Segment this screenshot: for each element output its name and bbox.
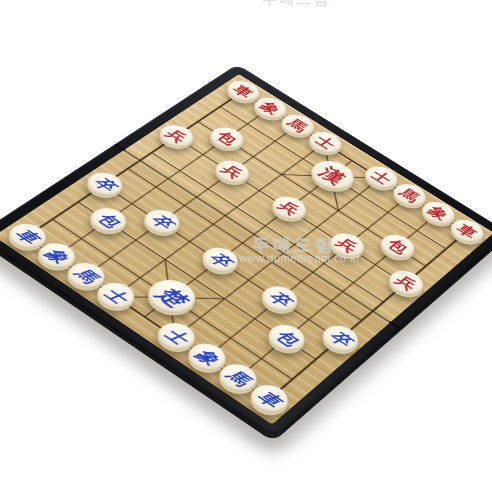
horse-glyph: 馬 <box>285 117 310 134</box>
product-photo: 車象馬士包兵士漢兵馬卒象兵車卒包包兵車卒象兵馬卒楚士卒包士象馬車 두메드림 두메… <box>0 0 492 492</box>
guard-glyph: 士 <box>368 169 394 187</box>
pawn-glyph: 卒 <box>91 175 119 193</box>
watermark-top-partial: 두메드림 <box>262 0 330 9</box>
elephant-glyph: 象 <box>258 100 283 117</box>
general-glyph: 楚 <box>153 283 190 309</box>
guard-glyph: 士 <box>101 285 130 306</box>
guard-glyph: 士 <box>312 134 337 151</box>
chariot-glyph: 車 <box>13 226 42 246</box>
janggi-board: 車象馬士包兵士漢兵馬卒象兵車卒包包兵車卒象兵馬卒楚士卒包士象馬車 <box>26 92 466 400</box>
cannon-glyph: 包 <box>94 210 122 229</box>
elephant-glyph: 象 <box>42 246 71 266</box>
cannon-glyph: 包 <box>272 327 300 348</box>
horse-glyph: 馬 <box>71 265 100 285</box>
pawn-glyph: 卒 <box>266 289 294 309</box>
pawn-glyph: 兵 <box>393 273 420 292</box>
general-glyph: 漢 <box>316 164 349 187</box>
cannon-glyph: 包 <box>384 237 410 256</box>
elephant-glyph: 象 <box>192 346 221 367</box>
pawn-glyph: 卒 <box>206 250 234 270</box>
cannon-glyph: 包 <box>214 130 240 147</box>
pawn-glyph: 兵 <box>276 199 303 217</box>
horse-glyph: 馬 <box>223 367 252 389</box>
chariot-glyph: 車 <box>454 222 480 240</box>
horse-glyph: 馬 <box>397 186 423 204</box>
pawn-glyph: 兵 <box>219 163 246 181</box>
pawn-glyph: 兵 <box>334 236 361 255</box>
pawn-glyph: 卒 <box>148 212 176 231</box>
guard-glyph: 士 <box>162 326 191 347</box>
elephant-glyph: 象 <box>425 204 451 222</box>
chariot-glyph: 車 <box>230 83 255 99</box>
pawn-glyph: 卒 <box>326 328 354 349</box>
pawn-glyph: 兵 <box>163 127 190 144</box>
chariot-glyph: 車 <box>255 388 284 410</box>
